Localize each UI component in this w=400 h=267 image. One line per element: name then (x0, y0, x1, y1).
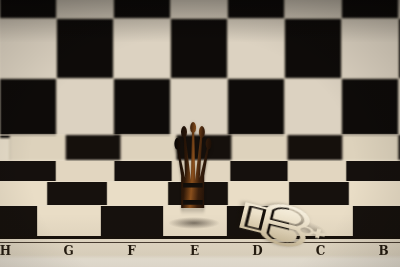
square (47, 182, 107, 205)
square (114, 161, 171, 181)
square (228, 19, 284, 78)
square (0, 0, 56, 18)
square (171, 19, 227, 78)
square (228, 79, 284, 138)
square (57, 19, 113, 78)
square (228, 0, 284, 18)
square (349, 182, 400, 205)
square (114, 0, 170, 18)
frame-inner-line (0, 242, 400, 243)
board-rank-row (0, 161, 400, 181)
square (232, 135, 287, 160)
square (10, 135, 65, 160)
out-of-focus-board-edge (0, 257, 400, 267)
square (121, 135, 176, 160)
square (342, 0, 398, 18)
square (171, 0, 227, 18)
square (65, 135, 120, 160)
square (288, 161, 345, 181)
square (289, 182, 349, 205)
square (56, 161, 113, 181)
square (230, 161, 287, 181)
square (168, 182, 228, 205)
square (285, 0, 341, 18)
square (114, 79, 170, 138)
square (0, 161, 55, 181)
square (57, 0, 113, 18)
square (342, 79, 398, 138)
frame-border-line (0, 236, 400, 239)
square (172, 161, 229, 181)
square (227, 206, 289, 236)
folded-board-backdrop (0, 0, 400, 138)
square (38, 206, 100, 236)
chessboard-photo: H G F E D C B A ♛ ♚ (0, 0, 400, 267)
square (342, 19, 398, 78)
square (107, 182, 167, 205)
square (0, 182, 46, 205)
square (287, 135, 342, 160)
square (346, 161, 400, 181)
square (176, 135, 231, 160)
square (228, 182, 288, 205)
square (101, 206, 163, 236)
chess-board (0, 135, 400, 236)
board-rank-row (0, 182, 400, 205)
square (285, 79, 341, 138)
square (285, 19, 341, 78)
square (353, 206, 400, 236)
board-rank-row (0, 206, 400, 236)
square (0, 206, 37, 236)
square (0, 19, 56, 78)
square (114, 19, 170, 78)
square (290, 206, 352, 236)
board-rank-row (10, 135, 400, 160)
square (0, 79, 56, 138)
square (57, 79, 113, 138)
square (171, 79, 227, 138)
square (164, 206, 226, 236)
square (343, 135, 398, 160)
